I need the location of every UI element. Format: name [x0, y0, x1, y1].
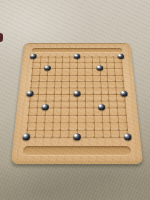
intersection-divot: [68, 114, 70, 116]
intersection-divot: [62, 56, 64, 57]
intersection-divot: [108, 107, 110, 109]
intersection-divot: [124, 107, 126, 109]
intersection-divot: [69, 74, 71, 75]
intersection-divot: [68, 121, 70, 123]
intersection-divot: [108, 100, 110, 101]
intersection-divot: [113, 56, 115, 57]
intersection-divot: [76, 107, 78, 109]
intersection-divot: [84, 68, 86, 69]
intersection-divot: [60, 114, 62, 116]
intersection-divot: [84, 80, 86, 81]
intersection-divot: [76, 114, 78, 116]
intersection-divot: [59, 129, 61, 131]
intersection-divot: [107, 80, 109, 81]
intersection-divot: [93, 129, 95, 131]
intersection-divot: [116, 100, 118, 101]
intersection-divot: [101, 137, 103, 139]
intersection-divot: [122, 80, 124, 81]
black-marble[interactable]: [120, 91, 128, 97]
intersection-divot: [123, 87, 125, 88]
black-marble[interactable]: [97, 104, 105, 110]
intersection-divot: [52, 114, 54, 116]
intersection-divot: [109, 121, 111, 123]
black-marble[interactable]: [22, 134, 30, 141]
intersection-divot: [106, 62, 108, 63]
intersection-divot: [61, 87, 63, 88]
intersection-divot: [114, 74, 116, 75]
intersection-divot: [53, 74, 55, 75]
intersection-divot: [84, 87, 86, 88]
intersection-divot: [76, 87, 78, 88]
intersection-divot: [54, 68, 56, 69]
intersection-divot: [60, 100, 62, 101]
grid-area[interactable]: [26, 57, 127, 138]
intersection-divot: [76, 100, 78, 101]
intersection-divot: [76, 121, 78, 123]
intersection-divot: [117, 114, 119, 116]
intersection-divot: [84, 129, 86, 131]
intersection-divot: [115, 93, 117, 94]
intersection-divot: [68, 87, 70, 88]
intersection-divot: [107, 87, 109, 88]
intersection-divot: [115, 87, 117, 88]
intersection-divot: [126, 129, 128, 131]
intersection-divot: [117, 121, 119, 123]
intersection-divot: [69, 62, 71, 63]
intersection-divot: [91, 80, 93, 81]
intersection-divot: [76, 80, 78, 81]
black-marble[interactable]: [73, 91, 80, 97]
intersection-divot: [121, 68, 123, 69]
intersection-divot: [92, 87, 94, 88]
intersection-divot: [100, 100, 102, 101]
intersection-divot: [47, 62, 49, 63]
intersection-divot: [76, 68, 78, 69]
intersection-divot: [84, 107, 86, 109]
intersection-divot: [120, 62, 122, 63]
game-board: [11, 43, 143, 164]
intersection-divot: [99, 87, 101, 88]
intersection-divot: [99, 80, 101, 81]
intersection-divot: [113, 68, 115, 69]
intersection-divot: [84, 74, 86, 75]
intersection-divot: [105, 56, 107, 57]
intersection-divot: [61, 80, 63, 81]
intersection-divot: [91, 62, 93, 63]
intersection-divot: [68, 100, 70, 101]
intersection-divot: [84, 137, 86, 139]
intersection-divot: [60, 121, 62, 123]
black-marble[interactable]: [117, 54, 124, 59]
intersection-divot: [45, 87, 47, 88]
intersection-divot: [113, 62, 115, 63]
intersection-divot: [61, 62, 63, 63]
intersection-divot: [100, 93, 102, 94]
intersection-divot: [84, 100, 86, 101]
black-marble[interactable]: [44, 66, 51, 71]
black-marble[interactable]: [26, 91, 34, 97]
intersection-divot: [109, 114, 111, 116]
marble-trough-bottom: [23, 146, 132, 156]
intersection-divot: [106, 68, 108, 69]
intersection-divot: [121, 74, 123, 75]
intersection-divot: [68, 137, 70, 139]
intersection-divot: [124, 100, 126, 101]
intersection-divot: [98, 62, 100, 63]
intersection-divot: [114, 80, 116, 81]
intersection-divot: [61, 68, 63, 69]
intersection-divot: [68, 80, 70, 81]
black-marble[interactable]: [96, 66, 103, 71]
black-marble[interactable]: [124, 134, 132, 141]
intersection-divot: [60, 107, 62, 109]
intersection-divot: [76, 62, 78, 63]
intersection-divot: [125, 121, 127, 123]
intersection-divot: [84, 62, 86, 63]
intersection-divot: [91, 56, 93, 57]
background-object-sliver: [0, 33, 3, 42]
black-marble[interactable]: [30, 54, 37, 59]
intersection-divot: [125, 114, 127, 116]
intersection-divot: [98, 56, 100, 57]
intersection-divot: [118, 129, 120, 131]
photo-scene: [0, 0, 150, 200]
intersection-divot: [93, 121, 95, 123]
intersection-divot: [76, 74, 78, 75]
marble-trough-top: [32, 48, 122, 53]
intersection-divot: [92, 114, 94, 116]
intersection-divot: [99, 74, 101, 75]
intersection-divot: [92, 100, 94, 101]
intersection-divot: [61, 74, 63, 75]
intersection-divot: [93, 137, 95, 139]
black-marble[interactable]: [41, 104, 49, 110]
intersection-divot: [53, 87, 55, 88]
intersection-divot: [92, 93, 94, 94]
intersection-divot: [101, 121, 103, 123]
intersection-divot: [68, 107, 70, 109]
intersection-divot: [116, 107, 118, 109]
intersection-divot: [69, 56, 71, 57]
intersection-divot: [110, 137, 112, 139]
intersection-divot: [91, 68, 93, 69]
intersection-divot: [91, 74, 93, 75]
intersection-divot: [53, 93, 55, 94]
intersection-divot: [107, 93, 109, 94]
intersection-divot: [68, 129, 70, 131]
intersection-divot: [118, 137, 120, 139]
intersection-divot: [76, 129, 78, 131]
intersection-divot: [83, 56, 85, 57]
intersection-divot: [84, 114, 86, 116]
intersection-divot: [92, 107, 94, 109]
intersection-divot: [101, 129, 103, 131]
intersection-divot: [84, 93, 86, 94]
intersection-divot: [109, 129, 111, 131]
black-marble[interactable]: [74, 54, 81, 59]
intersection-divot: [106, 74, 108, 75]
intersection-divot: [59, 137, 61, 139]
black-marble[interactable]: [73, 134, 81, 141]
intersection-divot: [100, 114, 102, 116]
intersection-divot: [69, 68, 71, 69]
intersection-divot: [68, 93, 70, 94]
intersection-divot: [54, 62, 56, 63]
intersection-divot: [84, 121, 86, 123]
intersection-divot: [60, 93, 62, 94]
